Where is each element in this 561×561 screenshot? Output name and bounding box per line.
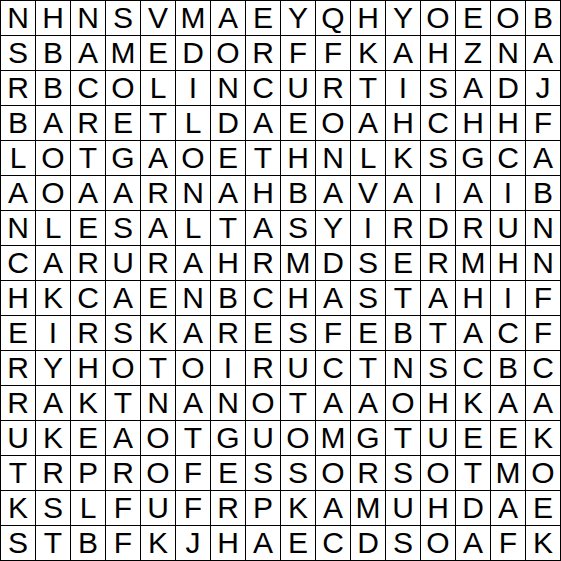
grid-cell[interactable]: S	[1, 526, 36, 561]
word-search-grid: NHNSVMAEYQHYOEOBSBAMEDORFFKAHZNARBCOLINC…	[0, 0, 561, 561]
grid-cell[interactable]: A	[456, 176, 491, 211]
grid-cell[interactable]: M	[491, 456, 526, 491]
grid-cell[interactable]: H	[421, 36, 456, 71]
grid-cell[interactable]: N	[211, 386, 246, 421]
grid-cell[interactable]: A	[526, 36, 561, 71]
grid-cell[interactable]: H	[386, 106, 421, 141]
grid-cell[interactable]: R	[246, 351, 281, 386]
grid-cell[interactable]: H	[456, 106, 491, 141]
grid-cell[interactable]: E	[211, 141, 246, 176]
grid-cell[interactable]: B	[526, 176, 561, 211]
grid-cell[interactable]: T	[141, 351, 176, 386]
grid-cell[interactable]: E	[456, 421, 491, 456]
grid-cell[interactable]: O	[316, 456, 351, 491]
grid-cell[interactable]: T	[351, 71, 386, 106]
grid-cell[interactable]: F	[106, 491, 141, 526]
grid-cell[interactable]: H	[491, 246, 526, 281]
grid-cell[interactable]: G	[211, 421, 246, 456]
grid-cell[interactable]: C	[526, 351, 561, 386]
grid-cell[interactable]: Y	[281, 1, 316, 36]
grid-cell[interactable]: L	[351, 141, 386, 176]
grid-cell[interactable]: L	[71, 491, 106, 526]
grid-cell[interactable]: K	[71, 386, 106, 421]
grid-cell[interactable]: C	[316, 526, 351, 561]
grid-cell[interactable]: B	[1, 106, 36, 141]
grid-cell[interactable]: N	[386, 351, 421, 386]
grid-cell[interactable]: E	[71, 421, 106, 456]
grid-cell[interactable]: H	[211, 526, 246, 561]
grid-cell[interactable]: B	[36, 71, 71, 106]
grid-cell[interactable]: M	[316, 421, 351, 456]
grid-cell[interactable]: F	[491, 526, 526, 561]
grid-cell[interactable]: U	[141, 491, 176, 526]
grid-cell[interactable]: H	[211, 246, 246, 281]
grid-cell[interactable]: R	[246, 246, 281, 281]
grid-cell[interactable]: L	[176, 211, 211, 246]
grid-cell[interactable]: R	[1, 71, 36, 106]
grid-cell[interactable]: E	[71, 211, 106, 246]
grid-cell[interactable]: O	[491, 1, 526, 36]
grid-cell[interactable]: I	[211, 351, 246, 386]
grid-cell[interactable]: O	[141, 456, 176, 491]
grid-cell[interactable]: R	[316, 71, 351, 106]
grid-cell[interactable]: K	[526, 421, 561, 456]
grid-cell[interactable]: A	[36, 386, 71, 421]
grid-cell[interactable]: B	[211, 281, 246, 316]
grid-cell[interactable]: A	[176, 246, 211, 281]
grid-cell[interactable]: A	[176, 386, 211, 421]
grid-cell[interactable]: A	[386, 36, 421, 71]
grid-cell[interactable]: A	[106, 421, 141, 456]
grid-cell[interactable]: U	[281, 351, 316, 386]
grid-cell[interactable]: F	[176, 456, 211, 491]
grid-cell[interactable]: A	[386, 176, 421, 211]
grid-cell[interactable]: H	[421, 491, 456, 526]
grid-cell[interactable]: P	[71, 456, 106, 491]
grid-cell[interactable]: S	[106, 316, 141, 351]
grid-cell[interactable]: U	[246, 421, 281, 456]
grid-cell[interactable]: A	[71, 176, 106, 211]
grid-cell[interactable]: E	[141, 36, 176, 71]
grid-cell[interactable]: S	[106, 1, 141, 36]
grid-cell[interactable]: A	[36, 106, 71, 141]
grid-cell[interactable]: K	[526, 526, 561, 561]
grid-cell[interactable]: O	[141, 421, 176, 456]
grid-cell[interactable]: K	[386, 141, 421, 176]
grid-cell[interactable]: A	[351, 386, 386, 421]
grid-cell[interactable]: A	[456, 526, 491, 561]
grid-cell[interactable]: O	[36, 176, 71, 211]
grid-cell[interactable]: J	[176, 526, 211, 561]
grid-cell[interactable]: V	[351, 176, 386, 211]
grid-cell[interactable]: B	[281, 176, 316, 211]
grid-cell[interactable]: R	[211, 491, 246, 526]
grid-cell[interactable]: F	[106, 526, 141, 561]
grid-cell[interactable]: P	[246, 491, 281, 526]
grid-cell[interactable]: E	[351, 316, 386, 351]
grid-cell[interactable]: A	[316, 176, 351, 211]
grid-cell[interactable]: S	[386, 456, 421, 491]
grid-cell[interactable]: T	[211, 211, 246, 246]
grid-cell[interactable]: R	[106, 456, 141, 491]
grid-cell[interactable]: S	[351, 246, 386, 281]
grid-cell[interactable]: M	[176, 1, 211, 36]
grid-cell[interactable]: C	[491, 141, 526, 176]
grid-cell[interactable]: U	[281, 71, 316, 106]
grid-cell[interactable]: O	[176, 351, 211, 386]
grid-cell[interactable]: S	[281, 456, 316, 491]
grid-cell[interactable]: R	[421, 246, 456, 281]
grid-cell[interactable]: E	[491, 421, 526, 456]
grid-cell[interactable]: D	[176, 36, 211, 71]
grid-cell[interactable]: T	[141, 106, 176, 141]
grid-cell[interactable]: O	[421, 1, 456, 36]
grid-cell[interactable]: D	[491, 71, 526, 106]
grid-cell[interactable]: B	[36, 36, 71, 71]
grid-cell[interactable]: K	[456, 386, 491, 421]
grid-cell[interactable]: R	[71, 316, 106, 351]
grid-cell[interactable]: H	[71, 351, 106, 386]
grid-cell[interactable]: R	[1, 351, 36, 386]
grid-cell[interactable]: D	[316, 246, 351, 281]
grid-cell[interactable]: N	[526, 246, 561, 281]
grid-cell[interactable]: A	[526, 141, 561, 176]
grid-cell[interactable]: C	[421, 106, 456, 141]
grid-cell[interactable]: N	[1, 1, 36, 36]
grid-cell[interactable]: K	[36, 421, 71, 456]
grid-cell[interactable]: I	[176, 71, 211, 106]
grid-cell[interactable]: V	[141, 1, 176, 36]
grid-cell[interactable]: A	[1, 176, 36, 211]
grid-cell[interactable]: T	[71, 141, 106, 176]
grid-cell[interactable]: E	[246, 316, 281, 351]
grid-cell[interactable]: H	[246, 176, 281, 211]
grid-cell[interactable]: E	[526, 491, 561, 526]
grid-cell[interactable]: B	[491, 351, 526, 386]
grid-cell[interactable]: E	[281, 106, 316, 141]
grid-cell[interactable]: S	[351, 281, 386, 316]
grid-cell[interactable]: H	[281, 141, 316, 176]
grid-cell[interactable]: F	[281, 36, 316, 71]
grid-cell[interactable]: A	[211, 176, 246, 211]
grid-cell[interactable]: R	[1, 386, 36, 421]
grid-cell[interactable]: S	[106, 211, 141, 246]
grid-cell[interactable]: O	[246, 386, 281, 421]
grid-cell[interactable]: I	[386, 71, 421, 106]
grid-cell[interactable]: R	[141, 176, 176, 211]
grid-cell[interactable]: O	[386, 386, 421, 421]
grid-cell[interactable]: S	[281, 316, 316, 351]
grid-cell[interactable]: D	[456, 491, 491, 526]
grid-cell[interactable]: H	[456, 281, 491, 316]
grid-cell[interactable]: F	[316, 36, 351, 71]
grid-cell[interactable]: N	[176, 281, 211, 316]
grid-cell[interactable]: O	[36, 141, 71, 176]
grid-cell[interactable]: K	[281, 491, 316, 526]
grid-cell[interactable]: C	[1, 246, 36, 281]
grid-cell[interactable]: B	[386, 316, 421, 351]
grid-cell[interactable]: R	[246, 36, 281, 71]
grid-cell[interactable]: N	[141, 386, 176, 421]
grid-cell[interactable]: A	[211, 1, 246, 36]
grid-cell[interactable]: K	[351, 36, 386, 71]
grid-cell[interactable]: T	[36, 526, 71, 561]
grid-cell[interactable]: O	[176, 141, 211, 176]
grid-cell[interactable]: A	[106, 281, 141, 316]
grid-cell[interactable]: B	[526, 1, 561, 36]
grid-cell[interactable]: O	[106, 71, 141, 106]
grid-cell[interactable]: T	[351, 351, 386, 386]
grid-cell[interactable]: O	[526, 456, 561, 491]
grid-cell[interactable]: C	[246, 281, 281, 316]
grid-cell[interactable]: E	[456, 1, 491, 36]
grid-cell[interactable]: A	[526, 386, 561, 421]
grid-cell[interactable]: A	[246, 526, 281, 561]
grid-cell[interactable]: G	[456, 141, 491, 176]
grid-cell[interactable]: T	[386, 281, 421, 316]
grid-cell[interactable]: E	[211, 456, 246, 491]
grid-cell[interactable]: A	[456, 316, 491, 351]
grid-cell[interactable]: K	[36, 281, 71, 316]
grid-cell[interactable]: S	[421, 351, 456, 386]
grid-cell[interactable]: S	[246, 456, 281, 491]
grid-cell[interactable]: D	[421, 211, 456, 246]
grid-cell[interactable]: C	[316, 351, 351, 386]
grid-cell[interactable]: A	[491, 491, 526, 526]
grid-cell[interactable]: A	[141, 141, 176, 176]
grid-cell[interactable]: Y	[36, 351, 71, 386]
grid-cell[interactable]: N	[526, 211, 561, 246]
grid-cell[interactable]: U	[1, 421, 36, 456]
grid-cell[interactable]: E	[246, 1, 281, 36]
grid-cell[interactable]: C	[71, 281, 106, 316]
grid-cell[interactable]: D	[351, 526, 386, 561]
grid-cell[interactable]: S	[36, 491, 71, 526]
grid-cell[interactable]: A	[176, 316, 211, 351]
grid-cell[interactable]: U	[106, 246, 141, 281]
grid-cell[interactable]: M	[351, 491, 386, 526]
grid-cell[interactable]: M	[456, 246, 491, 281]
grid-cell[interactable]: A	[316, 386, 351, 421]
grid-cell[interactable]: A	[246, 106, 281, 141]
grid-cell[interactable]: E	[281, 526, 316, 561]
grid-cell[interactable]: H	[351, 1, 386, 36]
grid-cell[interactable]: K	[141, 316, 176, 351]
grid-cell[interactable]: A	[456, 71, 491, 106]
grid-cell[interactable]: Y	[316, 211, 351, 246]
grid-cell[interactable]: O	[316, 106, 351, 141]
grid-cell[interactable]: L	[141, 71, 176, 106]
grid-cell[interactable]: R	[71, 106, 106, 141]
grid-cell[interactable]: E	[106, 106, 141, 141]
grid-cell[interactable]: R	[36, 456, 71, 491]
grid-cell[interactable]: S	[421, 71, 456, 106]
grid-cell[interactable]: K	[1, 491, 36, 526]
grid-cell[interactable]: O	[281, 421, 316, 456]
grid-cell[interactable]: I	[491, 176, 526, 211]
grid-cell[interactable]: T	[386, 421, 421, 456]
grid-cell[interactable]: G	[351, 421, 386, 456]
grid-cell[interactable]: T	[1, 456, 36, 491]
grid-cell[interactable]: I	[491, 281, 526, 316]
grid-cell[interactable]: N	[491, 36, 526, 71]
grid-cell[interactable]: R	[141, 246, 176, 281]
grid-cell[interactable]: L	[176, 106, 211, 141]
grid-cell[interactable]: C	[456, 351, 491, 386]
grid-cell[interactable]: T	[176, 421, 211, 456]
grid-cell[interactable]: O	[106, 351, 141, 386]
grid-cell[interactable]: T	[456, 456, 491, 491]
grid-cell[interactable]: R	[211, 316, 246, 351]
grid-cell[interactable]: N	[316, 141, 351, 176]
grid-cell[interactable]: J	[526, 71, 561, 106]
grid-cell[interactable]: I	[36, 316, 71, 351]
grid-cell[interactable]: S	[421, 141, 456, 176]
grid-cell[interactable]: A	[71, 36, 106, 71]
grid-cell[interactable]: A	[316, 491, 351, 526]
grid-cell[interactable]: H	[421, 386, 456, 421]
grid-cell[interactable]: H	[281, 281, 316, 316]
grid-cell[interactable]: G	[106, 141, 141, 176]
grid-cell[interactable]: A	[36, 246, 71, 281]
grid-cell[interactable]: R	[351, 456, 386, 491]
grid-cell[interactable]: T	[281, 386, 316, 421]
grid-cell[interactable]: R	[456, 211, 491, 246]
grid-cell[interactable]: R	[386, 211, 421, 246]
grid-cell[interactable]: F	[526, 106, 561, 141]
grid-cell[interactable]: K	[141, 526, 176, 561]
grid-cell[interactable]: E	[1, 316, 36, 351]
grid-cell[interactable]: F	[526, 316, 561, 351]
grid-cell[interactable]: M	[281, 246, 316, 281]
grid-cell[interactable]: S	[281, 211, 316, 246]
grid-cell[interactable]: A	[351, 106, 386, 141]
grid-cell[interactable]: A	[491, 386, 526, 421]
grid-cell[interactable]: C	[246, 71, 281, 106]
grid-cell[interactable]: E	[141, 281, 176, 316]
grid-cell[interactable]: H	[1, 281, 36, 316]
grid-cell[interactable]: N	[211, 71, 246, 106]
grid-cell[interactable]: C	[491, 316, 526, 351]
grid-cell[interactable]: Y	[386, 1, 421, 36]
grid-cell[interactable]: I	[421, 176, 456, 211]
grid-cell[interactable]: C	[71, 71, 106, 106]
grid-cell[interactable]: F	[176, 491, 211, 526]
grid-cell[interactable]: U	[491, 211, 526, 246]
grid-cell[interactable]: A	[141, 211, 176, 246]
grid-cell[interactable]: H	[36, 1, 71, 36]
grid-cell[interactable]: N	[1, 211, 36, 246]
grid-cell[interactable]: R	[71, 246, 106, 281]
grid-cell[interactable]: E	[386, 246, 421, 281]
grid-cell[interactable]: A	[316, 281, 351, 316]
grid-cell[interactable]: B	[71, 526, 106, 561]
grid-cell[interactable]: N	[71, 1, 106, 36]
grid-cell[interactable]: O	[421, 526, 456, 561]
grid-cell[interactable]: T	[246, 141, 281, 176]
grid-cell[interactable]: S	[386, 526, 421, 561]
grid-cell[interactable]: U	[386, 491, 421, 526]
grid-cell[interactable]: T	[421, 316, 456, 351]
grid-cell[interactable]: O	[211, 36, 246, 71]
grid-cell[interactable]: S	[1, 36, 36, 71]
grid-cell[interactable]: F	[316, 316, 351, 351]
grid-cell[interactable]: O	[421, 456, 456, 491]
grid-cell[interactable]: L	[36, 211, 71, 246]
grid-cell[interactable]: L	[1, 141, 36, 176]
grid-cell[interactable]: U	[421, 421, 456, 456]
grid-cell[interactable]: A	[106, 176, 141, 211]
grid-cell[interactable]: N	[176, 176, 211, 211]
grid-cell[interactable]: Q	[316, 1, 351, 36]
grid-cell[interactable]: M	[106, 36, 141, 71]
grid-cell[interactable]: Z	[456, 36, 491, 71]
grid-cell[interactable]: I	[351, 211, 386, 246]
grid-cell[interactable]: D	[211, 106, 246, 141]
grid-cell[interactable]: H	[491, 106, 526, 141]
grid-cell[interactable]: A	[246, 211, 281, 246]
grid-cell[interactable]: T	[106, 386, 141, 421]
grid-cell[interactable]: A	[421, 281, 456, 316]
grid-cell[interactable]: F	[526, 281, 561, 316]
